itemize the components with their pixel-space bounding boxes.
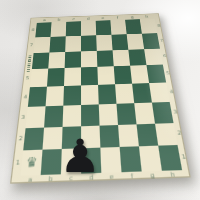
- square-e5[interactable]: [97, 66, 115, 84]
- square-d7[interactable]: [81, 35, 97, 51]
- file-label-top-a: a: [37, 18, 52, 23]
- square-c4[interactable]: [63, 85, 81, 105]
- square-d4[interactable]: [81, 85, 99, 105]
- square-f8[interactable]: [110, 20, 126, 35]
- square-f2[interactable]: [118, 124, 139, 147]
- square-e3[interactable]: [99, 104, 118, 126]
- square-a2[interactable]: [23, 127, 44, 151]
- crown-logo-icon: ♛: [21, 149, 42, 176]
- square-f4[interactable]: [115, 84, 134, 104]
- square-e8[interactable]: [96, 20, 112, 35]
- square-a3[interactable]: [26, 106, 46, 128]
- square-e7[interactable]: [96, 35, 112, 51]
- black-pawn[interactable]: ♟: [57, 133, 103, 179]
- square-b6[interactable]: [48, 52, 65, 69]
- file-label-bottom-a: a: [20, 175, 41, 185]
- square-a8[interactable]: [35, 22, 51, 37]
- square-e6[interactable]: [97, 50, 114, 67]
- square-f5[interactable]: [114, 66, 132, 84]
- file-label-bottom-f: f: [121, 171, 142, 181]
- square-e1[interactable]: [100, 147, 121, 173]
- square-b5[interactable]: [47, 68, 65, 86]
- square-c5[interactable]: [64, 68, 81, 86]
- square-d8[interactable]: [81, 21, 96, 36]
- rank-label-right-8: 8: [154, 18, 163, 32]
- square-a5[interactable]: [30, 69, 48, 88]
- square-c7[interactable]: [65, 36, 81, 52]
- square-a6[interactable]: [32, 52, 50, 69]
- file-label-top-g: g: [125, 15, 140, 20]
- file-label-top-h: h: [139, 14, 154, 19]
- file-label-bottom-e: e: [101, 172, 122, 182]
- square-f7[interactable]: [111, 34, 128, 50]
- square-f1[interactable]: [120, 147, 142, 173]
- square-f6[interactable]: [113, 49, 131, 66]
- file-label-top-f: f: [110, 15, 125, 20]
- square-f3[interactable]: [116, 103, 136, 125]
- square-c6[interactable]: [65, 51, 81, 68]
- square-b3[interactable]: [44, 105, 63, 127]
- square-c8[interactable]: [66, 21, 81, 36]
- file-label-top-e: e: [95, 16, 110, 21]
- square-e4[interactable]: [98, 84, 116, 104]
- file-label-top-b: b: [52, 17, 67, 22]
- square-a7[interactable]: [34, 37, 51, 53]
- square-b4[interactable]: [46, 86, 64, 106]
- square-b7[interactable]: [49, 36, 65, 52]
- square-d6[interactable]: [81, 50, 97, 67]
- rank-label-right-7: 7: [157, 33, 166, 49]
- file-label-top-d: d: [81, 16, 96, 21]
- photo-scene: ♛ aabbccddeeffgghh1122334455667788 ♟: [0, 0, 200, 200]
- square-c3[interactable]: [63, 105, 81, 127]
- file-label-bottom-g: g: [142, 171, 164, 181]
- file-label-bottom-h: h: [162, 170, 184, 180]
- square-a4[interactable]: [28, 87, 47, 107]
- square-d3[interactable]: [81, 104, 99, 126]
- file-label-top-c: c: [66, 17, 81, 22]
- square-d5[interactable]: [81, 67, 98, 85]
- square-b8[interactable]: [51, 22, 67, 37]
